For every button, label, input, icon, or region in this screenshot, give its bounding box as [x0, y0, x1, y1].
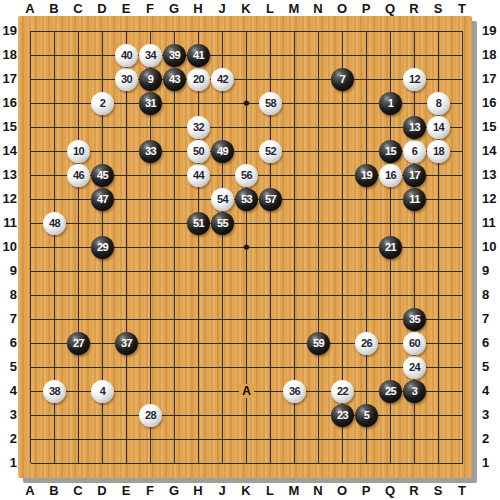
row-label-left-14: 14 — [0, 139, 20, 163]
stone-30-E17: 30 — [115, 68, 138, 91]
stone-41-H18: 41 — [187, 44, 210, 67]
row-label-left-9: 9 — [0, 259, 20, 283]
stone-25-Q4: 25 — [379, 380, 402, 403]
row-label-left-5: 5 — [0, 355, 20, 379]
row-label-right-7: 7 — [479, 307, 499, 331]
row-label-right-10: 10 — [479, 235, 499, 259]
row-label-right-17: 17 — [479, 67, 499, 91]
stones-grid: 1234567891011121314151617181920212223242… — [19, 19, 475, 475]
col-label-top-G: G — [162, 1, 186, 16]
stone-54-J12: 54 — [211, 188, 234, 211]
col-label-top-N: N — [306, 1, 330, 16]
stone-17-R13: 17 — [403, 164, 426, 187]
stone-34-F18: 34 — [139, 44, 162, 67]
col-label-bottom-H: H — [186, 483, 210, 498]
col-label-bottom-B: B — [42, 483, 66, 498]
row-label-left-12: 12 — [0, 187, 20, 211]
stone-55-J11: 55 — [211, 212, 234, 235]
stone-59-N6: 59 — [307, 332, 330, 355]
stone-6-R14: 6 — [403, 140, 426, 163]
col-label-bottom-P: P — [354, 483, 378, 498]
stone-51-H11: 51 — [187, 212, 210, 235]
col-label-top-J: J — [210, 1, 234, 16]
goban: 1234567891011121314151617181920212223242… — [18, 16, 472, 478]
stone-43-G17: 43 — [163, 68, 186, 91]
stone-45-D13: 45 — [91, 164, 114, 187]
row-label-right-12: 12 — [479, 187, 499, 211]
col-label-top-M: M — [282, 1, 306, 16]
row-label-right-2: 2 — [479, 427, 499, 451]
col-label-top-E: E — [114, 1, 138, 16]
row-label-left-17: 17 — [0, 67, 20, 91]
stone-9-F17: 9 — [139, 68, 162, 91]
stone-26-P6: 26 — [355, 332, 378, 355]
col-label-bottom-R: R — [402, 483, 426, 498]
stone-56-K13: 56 — [235, 164, 258, 187]
stone-18-S14: 18 — [427, 140, 450, 163]
col-label-top-C: C — [66, 1, 90, 16]
stone-19-P13: 19 — [355, 164, 378, 187]
col-label-bottom-C: C — [66, 483, 90, 498]
col-label-top-S: S — [426, 1, 450, 16]
marker-A-K4: A — [239, 384, 254, 398]
row-label-left-10: 10 — [0, 235, 20, 259]
stone-50-H14: 50 — [187, 140, 210, 163]
go-kifu-diagram: ABCDEFGHJKLMNOPQRST 19181716151413121110… — [0, 0, 500, 500]
col-label-top-T: T — [450, 1, 474, 16]
stone-11-R12: 11 — [403, 188, 426, 211]
stone-46-C13: 46 — [67, 164, 90, 187]
col-label-bottom-Q: Q — [378, 483, 402, 498]
col-label-top-O: O — [330, 1, 354, 16]
col-label-bottom-T: T — [450, 483, 474, 498]
row-label-left-18: 18 — [0, 43, 20, 67]
stone-15-Q14: 15 — [379, 140, 402, 163]
row-label-left-19: 19 — [0, 19, 20, 43]
stone-32-H15: 32 — [187, 116, 210, 139]
stone-14-S15: 14 — [427, 116, 450, 139]
col-label-bottom-M: M — [282, 483, 306, 498]
row-labels-right: 19181716151413121110987654321 — [479, 19, 499, 476]
stone-38-B4: 38 — [43, 380, 66, 403]
row-label-right-9: 9 — [479, 259, 499, 283]
stone-40-E18: 40 — [115, 44, 138, 67]
col-label-bottom-O: O — [330, 483, 354, 498]
row-label-left-7: 7 — [0, 307, 20, 331]
col-label-top-Q: Q — [378, 1, 402, 16]
col-label-top-D: D — [90, 1, 114, 16]
col-label-bottom-S: S — [426, 483, 450, 498]
row-label-right-18: 18 — [479, 43, 499, 67]
col-label-top-B: B — [42, 1, 66, 16]
row-label-left-6: 6 — [0, 331, 20, 355]
stone-58-L16: 58 — [259, 92, 282, 115]
stone-49-J14: 49 — [211, 140, 234, 163]
stone-7-O17: 7 — [331, 68, 354, 91]
stone-37-E6: 37 — [115, 332, 138, 355]
row-label-left-1: 1 — [0, 451, 20, 475]
col-label-bottom-E: E — [114, 483, 138, 498]
stone-53-K12: 53 — [235, 188, 258, 211]
col-label-bottom-D: D — [90, 483, 114, 498]
stone-35-R7: 35 — [403, 308, 426, 331]
row-label-right-8: 8 — [479, 283, 499, 307]
stone-22-O4: 22 — [331, 380, 354, 403]
column-labels-bottom: ABCDEFGHJKLMNOPQRST — [18, 483, 475, 498]
stone-4-D4: 4 — [91, 380, 114, 403]
stone-21-Q10: 21 — [379, 236, 402, 259]
stone-39-G18: 39 — [163, 44, 186, 67]
col-label-bottom-J: J — [210, 483, 234, 498]
row-label-right-4: 4 — [479, 379, 499, 403]
row-label-right-13: 13 — [479, 163, 499, 187]
row-label-right-3: 3 — [479, 403, 499, 427]
stone-57-L12: 57 — [259, 188, 282, 211]
stone-3-R4: 3 — [403, 380, 426, 403]
col-label-top-A: A — [18, 1, 42, 16]
col-label-bottom-K: K — [234, 483, 258, 498]
row-labels-left: 19181716151413121110987654321 — [0, 19, 20, 476]
stone-24-R5: 24 — [403, 356, 426, 379]
stone-12-R17: 12 — [403, 68, 426, 91]
stone-2-D16: 2 — [91, 92, 114, 115]
stone-10-C14: 10 — [67, 140, 90, 163]
stone-31-F16: 31 — [139, 92, 162, 115]
row-label-right-6: 6 — [479, 331, 499, 355]
row-label-left-11: 11 — [0, 211, 20, 235]
row-label-right-19: 19 — [479, 19, 499, 43]
col-label-top-F: F — [138, 1, 162, 16]
col-label-top-K: K — [234, 1, 258, 16]
stone-5-P3: 5 — [355, 404, 378, 427]
stone-20-H17: 20 — [187, 68, 210, 91]
stone-42-J17: 42 — [211, 68, 234, 91]
row-label-left-15: 15 — [0, 115, 20, 139]
stone-23-O3: 23 — [331, 404, 354, 427]
row-label-left-16: 16 — [0, 91, 20, 115]
stone-28-F3: 28 — [139, 404, 162, 427]
row-label-right-15: 15 — [479, 115, 499, 139]
col-label-bottom-L: L — [258, 483, 282, 498]
row-label-right-1: 1 — [479, 451, 499, 475]
stone-29-D10: 29 — [91, 236, 114, 259]
stone-8-S16: 8 — [427, 92, 450, 115]
row-label-right-11: 11 — [479, 211, 499, 235]
row-label-left-8: 8 — [0, 283, 20, 307]
col-label-bottom-A: A — [18, 483, 42, 498]
column-labels-top: ABCDEFGHJKLMNOPQRST — [18, 1, 475, 16]
row-label-left-3: 3 — [0, 403, 20, 427]
row-label-right-14: 14 — [479, 139, 499, 163]
row-label-left-4: 4 — [0, 379, 20, 403]
stone-44-H13: 44 — [187, 164, 210, 187]
stone-47-D12: 47 — [91, 188, 114, 211]
stone-48-B11: 48 — [43, 212, 66, 235]
stone-13-R15: 13 — [403, 116, 426, 139]
stone-60-R6: 60 — [403, 332, 426, 355]
stone-33-F14: 33 — [139, 140, 162, 163]
col-label-top-L: L — [258, 1, 282, 16]
col-label-top-R: R — [402, 1, 426, 16]
stone-16-Q13: 16 — [379, 164, 402, 187]
stone-52-L14: 52 — [259, 140, 282, 163]
row-label-left-13: 13 — [0, 163, 20, 187]
stone-27-C6: 27 — [67, 332, 90, 355]
col-label-top-P: P — [354, 1, 378, 16]
col-label-bottom-N: N — [306, 483, 330, 498]
row-label-right-5: 5 — [479, 355, 499, 379]
row-label-right-16: 16 — [479, 91, 499, 115]
stone-36-M4: 36 — [283, 380, 306, 403]
row-label-left-2: 2 — [0, 427, 20, 451]
col-label-top-H: H — [186, 1, 210, 16]
col-label-bottom-G: G — [162, 483, 186, 498]
stone-1-Q16: 1 — [379, 92, 402, 115]
col-label-bottom-F: F — [138, 483, 162, 498]
